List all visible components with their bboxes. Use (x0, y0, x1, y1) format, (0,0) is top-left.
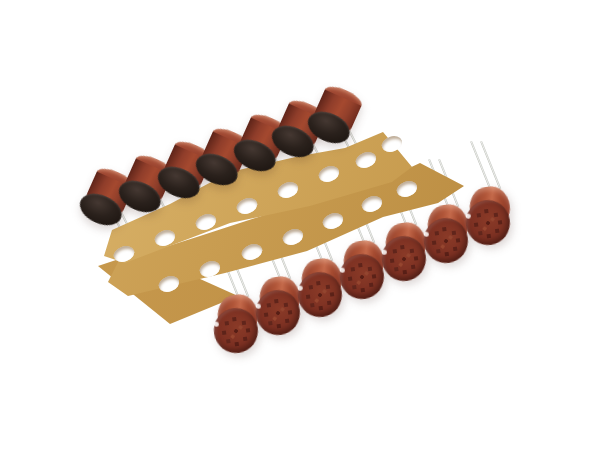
fuse-rear-view (76, 163, 139, 232)
fuse-top-face (132, 151, 175, 183)
tape-strip-upper (0, 0, 600, 450)
wire-lead (480, 141, 502, 190)
fuse-body (425, 202, 470, 249)
sprocket-hole (157, 273, 182, 294)
wire-lead (218, 249, 240, 298)
wire-lead (428, 159, 450, 208)
fuse-body (341, 238, 386, 285)
wire-lead (303, 143, 326, 185)
sprocket-hole (354, 149, 379, 170)
wire-lead (344, 195, 366, 244)
sprocket-hole (194, 211, 219, 232)
fuse-front-view (377, 220, 431, 284)
fuse-marked-face (379, 233, 429, 284)
wire-lead (396, 177, 418, 226)
fuse-rear-view (230, 109, 293, 178)
sprocket-hole (317, 163, 342, 184)
fuse-body (257, 274, 302, 321)
fuse-body (310, 90, 361, 139)
fuse-top-face (247, 110, 290, 142)
fuse-black-base (303, 106, 355, 149)
fuse-marked-face (337, 251, 387, 302)
wire-lead (227, 171, 250, 213)
wire-lead (274, 157, 297, 199)
specular-highlight (340, 267, 346, 273)
fuse-body (215, 292, 260, 339)
wire-lead (386, 177, 408, 226)
wire-leads-layer (0, 0, 600, 450)
specular-highlight (214, 321, 220, 327)
fuse-top-face (285, 96, 328, 128)
fuse-top-face (209, 124, 252, 156)
tape-strip-lower (0, 0, 600, 450)
wire-lead (159, 198, 182, 240)
fuse-black-base (229, 134, 281, 177)
wire-lead (438, 159, 460, 208)
fuses-layer (0, 0, 600, 450)
sprocket-hole (112, 243, 137, 264)
fuse-top-face (171, 137, 214, 169)
sprocket-hole (153, 227, 178, 248)
fuse-body (274, 104, 325, 153)
fuse-black-base (75, 188, 127, 231)
wire-lead (265, 157, 288, 199)
fuse-rear-view (115, 150, 178, 219)
wire-lead (120, 211, 143, 253)
wire-lead (312, 213, 334, 262)
sprocket-hole (321, 210, 346, 231)
fuse-body (236, 118, 287, 167)
fuse-rear-view (304, 81, 367, 150)
carrier-tape-layer (0, 0, 600, 450)
fuse-body (383, 220, 428, 267)
fuse-front-view (461, 184, 515, 248)
fuse-rear-view (192, 123, 255, 192)
specular-highlight (466, 213, 472, 219)
fuse-top-face (321, 82, 364, 114)
sprocket-hole (198, 258, 223, 279)
sprocket-hole (235, 195, 260, 216)
wire-lead (111, 211, 134, 253)
sprocket-hole (281, 226, 306, 247)
sprocket-hole (360, 193, 385, 214)
fuse-marked-face (253, 287, 303, 338)
fuse-body (82, 172, 133, 221)
fuse-front-view (335, 238, 389, 302)
fuse-marked-face (421, 215, 471, 266)
fuse-body (198, 132, 249, 181)
sprocket-hole (395, 178, 420, 199)
fuse-body (467, 184, 512, 231)
fuse-black-base (153, 161, 205, 204)
wire-lead (312, 143, 335, 185)
wire-lead (236, 171, 259, 213)
fuse-black-base (191, 148, 243, 191)
wire-lead (470, 141, 492, 190)
wire-lead (150, 198, 173, 240)
fuse-marked-face (295, 269, 345, 320)
wire-lead (228, 249, 250, 298)
fuse-front-view (293, 256, 347, 320)
wire-lead (189, 184, 212, 226)
wire-lead (198, 184, 221, 226)
fuse-body (299, 256, 344, 303)
specular-highlight (424, 231, 430, 237)
tape-underlay-strip (0, 0, 600, 450)
fuse-front-view (419, 202, 473, 266)
fuse-black-base (267, 120, 319, 163)
specular-highlight (298, 285, 304, 291)
wire-lead (270, 231, 292, 280)
wire-lead (354, 195, 376, 244)
sprocket-hole (276, 179, 301, 200)
fuse-marked-face (211, 305, 261, 356)
fuse-body (160, 145, 211, 194)
fuse-rear-view (268, 95, 331, 164)
fuse-black-base (114, 175, 166, 218)
specular-highlight (382, 249, 388, 255)
wire-lead (348, 129, 371, 171)
specular-highlight (256, 303, 262, 309)
wire-lead (260, 231, 282, 280)
fuse-front-view (251, 274, 305, 338)
fuse-rear-view (154, 136, 217, 205)
fuse-front-view (209, 292, 263, 356)
sprocket-hole (380, 133, 405, 154)
fuse-marked-face (463, 197, 513, 248)
sprocket-hole (240, 241, 265, 262)
fuse-body (121, 159, 172, 208)
fuse-top-face (93, 164, 136, 196)
product-photo (0, 0, 600, 450)
wire-lead (302, 213, 324, 262)
wire-lead (339, 129, 362, 171)
sprocket-holes-layer (0, 0, 600, 450)
